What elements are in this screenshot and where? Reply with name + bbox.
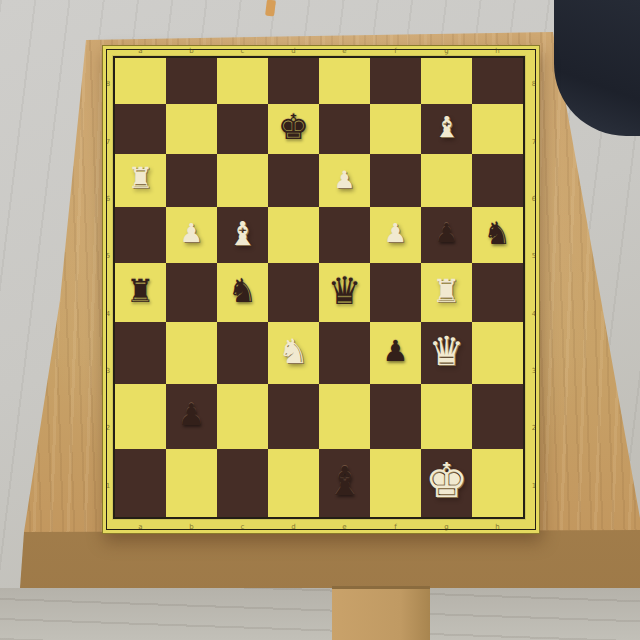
square-g2 xyxy=(421,384,472,449)
coord-label-a: a xyxy=(115,48,166,55)
square-f8 xyxy=(370,58,421,104)
square-c3 xyxy=(217,322,268,384)
square-h6 xyxy=(472,154,523,207)
piece-white-Q-g3: ♛ xyxy=(429,331,465,371)
piece-white-K-g1: ♚ xyxy=(425,456,468,504)
coord-label-c: c xyxy=(217,48,268,55)
square-a8 xyxy=(115,58,166,104)
square-e7 xyxy=(319,104,370,154)
square-b4 xyxy=(166,263,217,322)
coord-label-4: 4 xyxy=(530,286,538,343)
piece-black-P-f3: ♟ xyxy=(383,337,409,366)
file-labels-top: abcdefgh xyxy=(115,48,523,55)
square-b6 xyxy=(166,154,217,207)
piece-black-R-a4: ♜ xyxy=(126,275,155,307)
square-a3 xyxy=(115,322,166,384)
square-a7 xyxy=(115,104,166,154)
square-g1: ♚ xyxy=(421,449,472,517)
square-e1: ♝ xyxy=(319,449,370,517)
coord-label-3: 3 xyxy=(530,343,538,400)
square-g8 xyxy=(421,58,472,104)
square-d2 xyxy=(268,384,319,449)
piece-black-N-c4: ♞ xyxy=(228,274,258,307)
square-g6 xyxy=(421,154,472,207)
square-b1 xyxy=(166,449,217,517)
piece-black-K-d7: ♚ xyxy=(278,109,309,144)
coord-label-1: 1 xyxy=(104,458,112,515)
coord-label-f: f xyxy=(370,48,421,55)
square-g4: ♜ xyxy=(421,263,472,322)
square-e8 xyxy=(319,58,370,104)
rank-labels-right: 87654321 xyxy=(530,56,538,515)
square-f5: ♟ xyxy=(370,207,421,263)
coord-label-1: 1 xyxy=(530,458,538,515)
square-f4 xyxy=(370,263,421,322)
piece-white-R-g4: ♜ xyxy=(432,275,461,307)
square-f1 xyxy=(370,449,421,517)
square-c2 xyxy=(217,384,268,449)
coord-label-2: 2 xyxy=(104,400,112,457)
wall-edge-stick xyxy=(265,0,276,16)
coord-label-b: b xyxy=(166,48,217,55)
coord-label-g: g xyxy=(421,48,472,55)
piece-black-B-e1: ♝ xyxy=(327,461,363,501)
coord-label-5: 5 xyxy=(530,228,538,285)
coord-label-g: g xyxy=(421,524,472,531)
coord-label-a: a xyxy=(115,524,166,531)
coord-label-3: 3 xyxy=(104,343,112,400)
square-h2 xyxy=(472,384,523,449)
file-labels-bottom: abcdefgh xyxy=(115,524,523,531)
coord-label-7: 7 xyxy=(530,113,538,170)
table-leg xyxy=(332,586,430,640)
piece-white-B-g7: ♝ xyxy=(434,113,460,142)
square-f3: ♟ xyxy=(370,322,421,384)
coord-label-8: 8 xyxy=(530,56,538,113)
coord-label-7: 7 xyxy=(104,113,112,170)
square-b3 xyxy=(166,322,217,384)
chess-board: abcdefgh abcdefgh 87654321 87654321 ♚♝♜♟… xyxy=(102,45,540,534)
square-d5 xyxy=(268,207,319,263)
square-a4: ♜ xyxy=(115,263,166,322)
square-g3: ♛ xyxy=(421,322,472,384)
square-c1 xyxy=(217,449,268,517)
square-b5: ♟ xyxy=(166,207,217,263)
coord-label-e: e xyxy=(319,524,370,531)
square-a5 xyxy=(115,207,166,263)
board-squares: ♚♝♜♟♟♝♟♟♞♜♞♛♜♞♟♛♟♝♚ xyxy=(113,56,525,519)
square-a1 xyxy=(115,449,166,517)
piece-white-P-f5: ♟ xyxy=(384,220,407,246)
photo-chess-scene: { "game": "chess", "position": { "fen": … xyxy=(0,0,640,640)
piece-white-R-a6: ♜ xyxy=(128,164,154,193)
square-h3 xyxy=(472,322,523,384)
square-f6 xyxy=(370,154,421,207)
square-c4: ♞ xyxy=(217,263,268,322)
coord-label-8: 8 xyxy=(104,56,112,113)
coord-label-h: h xyxy=(472,48,523,55)
square-a2 xyxy=(115,384,166,449)
square-c5: ♝ xyxy=(217,207,268,263)
square-f7 xyxy=(370,104,421,154)
square-b8 xyxy=(166,58,217,104)
square-d8 xyxy=(268,58,319,104)
square-h4 xyxy=(472,263,523,322)
square-d6 xyxy=(268,154,319,207)
piece-white-P-e6: ♟ xyxy=(334,167,356,191)
coord-label-d: d xyxy=(268,524,319,531)
square-e6: ♟ xyxy=(319,154,370,207)
square-c7 xyxy=(217,104,268,154)
square-b2: ♟ xyxy=(166,384,217,449)
coord-label-6: 6 xyxy=(530,171,538,228)
coord-label-2: 2 xyxy=(530,400,538,457)
piece-black-Q-e4: ♛ xyxy=(327,271,361,309)
square-g7: ♝ xyxy=(421,104,472,154)
square-e4: ♛ xyxy=(319,263,370,322)
piece-black-P-b2: ♟ xyxy=(178,400,205,430)
square-a6: ♜ xyxy=(115,154,166,207)
square-f2 xyxy=(370,384,421,449)
coord-label-6: 6 xyxy=(104,171,112,228)
square-d7: ♚ xyxy=(268,104,319,154)
rank-labels-left: 87654321 xyxy=(104,56,112,515)
square-d4 xyxy=(268,263,319,322)
coord-label-f: f xyxy=(370,524,421,531)
square-c8 xyxy=(217,58,268,104)
coord-label-5: 5 xyxy=(104,228,112,285)
floor-planks xyxy=(0,588,640,640)
square-b7 xyxy=(166,104,217,154)
piece-white-B-c5: ♝ xyxy=(228,217,258,250)
square-h7 xyxy=(472,104,523,154)
coord-label-d: d xyxy=(268,48,319,55)
coord-label-4: 4 xyxy=(104,286,112,343)
square-h5: ♞ xyxy=(472,207,523,263)
coord-label-h: h xyxy=(472,524,523,531)
piece-white-N-d3: ♞ xyxy=(278,334,308,368)
square-d1 xyxy=(268,449,319,517)
coord-label-b: b xyxy=(166,524,217,531)
square-h8 xyxy=(472,58,523,104)
square-h1 xyxy=(472,449,523,517)
piece-black-N-h5: ♞ xyxy=(484,218,512,249)
square-e2 xyxy=(319,384,370,449)
piece-black-P-g5: ♟ xyxy=(435,220,458,246)
piece-white-P-b5: ♟ xyxy=(180,220,203,246)
square-c6 xyxy=(217,154,268,207)
square-e3 xyxy=(319,322,370,384)
square-e5 xyxy=(319,207,370,263)
coord-label-e: e xyxy=(319,48,370,55)
square-g5: ♟ xyxy=(421,207,472,263)
coord-label-c: c xyxy=(217,524,268,531)
square-d3: ♞ xyxy=(268,322,319,384)
